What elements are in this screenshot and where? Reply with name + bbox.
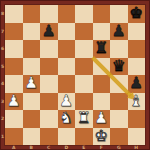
square-e7[interactable] (75, 23, 93, 41)
piece-white-pawn-f2[interactable]: ♟ (93, 110, 111, 128)
rank-label-6: 6 (0, 40, 5, 58)
square-f5[interactable] (93, 58, 111, 76)
piece-black-queen-g5[interactable]: ♛ (110, 58, 128, 76)
chess-board-frame: ♚♟♟♜♛♟♟♟♟♝♞♜♟♚ 87654321ABCDEFGH (0, 0, 150, 150)
square-a4[interactable] (5, 75, 23, 93)
square-c2[interactable] (40, 110, 58, 128)
square-e4[interactable] (75, 75, 93, 93)
square-f8[interactable] (93, 5, 111, 23)
piece-white-bishop-h3[interactable]: ♝ (128, 93, 146, 111)
square-d1[interactable] (58, 128, 76, 146)
square-b6[interactable] (23, 40, 41, 58)
square-b1[interactable] (23, 128, 41, 146)
piece-black-king-h8[interactable]: ♚ (128, 5, 146, 23)
square-a1[interactable] (5, 128, 23, 146)
square-d7[interactable] (58, 23, 76, 41)
file-label-G: G (110, 144, 128, 150)
piece-black-rook-f6[interactable]: ♜ (93, 40, 111, 58)
square-b7[interactable] (23, 23, 41, 41)
square-f7[interactable] (93, 23, 111, 41)
file-label-C: C (40, 144, 58, 150)
square-d4[interactable] (58, 75, 76, 93)
square-g6[interactable] (110, 40, 128, 58)
square-c3[interactable] (40, 93, 58, 111)
square-c5[interactable] (40, 58, 58, 76)
square-c6[interactable] (40, 40, 58, 58)
piece-black-pawn-c7[interactable]: ♟ (40, 23, 58, 41)
square-f3[interactable] (93, 93, 111, 111)
square-b3[interactable] (23, 93, 41, 111)
square-d8[interactable] (58, 5, 76, 23)
square-b5[interactable] (23, 58, 41, 76)
piece-white-pawn-b4[interactable]: ♟ (23, 75, 41, 93)
rank-label-5: 5 (0, 58, 5, 76)
piece-white-knight-d2[interactable]: ♞ (58, 110, 76, 128)
file-label-E: E (75, 144, 93, 150)
square-d6[interactable] (58, 40, 76, 58)
piece-black-pawn-h4[interactable]: ♟ (128, 75, 146, 93)
rank-label-1: 1 (0, 128, 5, 146)
rank-label-8: 8 (0, 5, 5, 23)
piece-white-king-f1[interactable]: ♚ (93, 128, 111, 146)
square-h1[interactable] (128, 128, 146, 146)
square-h6[interactable] (128, 40, 146, 58)
square-g4[interactable] (110, 75, 128, 93)
file-label-D: D (58, 144, 76, 150)
square-g2[interactable] (110, 110, 128, 128)
square-a6[interactable] (5, 40, 23, 58)
file-label-B: B (23, 144, 41, 150)
square-d5[interactable] (58, 58, 76, 76)
rank-label-3: 3 (0, 93, 5, 111)
rank-label-2: 2 (0, 110, 5, 128)
square-a2[interactable] (5, 110, 23, 128)
square-h5[interactable] (128, 58, 146, 76)
square-f4[interactable] (93, 75, 111, 93)
square-a5[interactable] (5, 58, 23, 76)
square-e3[interactable] (75, 93, 93, 111)
square-a7[interactable] (5, 23, 23, 41)
file-label-H: H (128, 144, 146, 150)
file-label-F: F (93, 144, 111, 150)
piece-white-pawn-a3[interactable]: ♟ (5, 93, 23, 111)
file-label-A: A (5, 144, 23, 150)
square-e6[interactable] (75, 40, 93, 58)
piece-black-pawn-g7[interactable]: ♟ (110, 23, 128, 41)
square-e1[interactable] (75, 128, 93, 146)
rank-label-4: 4 (0, 75, 5, 93)
square-b2[interactable] (23, 110, 41, 128)
square-e8[interactable] (75, 5, 93, 23)
square-h7[interactable] (128, 23, 146, 41)
rank-label-7: 7 (0, 23, 5, 41)
square-c8[interactable] (40, 5, 58, 23)
square-e5[interactable] (75, 58, 93, 76)
square-b8[interactable] (23, 5, 41, 23)
square-a8[interactable] (5, 5, 23, 23)
square-h2[interactable] (128, 110, 146, 128)
piece-white-pawn-d3[interactable]: ♟ (58, 93, 76, 111)
square-c4[interactable] (40, 75, 58, 93)
square-g3[interactable] (110, 93, 128, 111)
square-g8[interactable] (110, 5, 128, 23)
piece-white-rook-e2[interactable]: ♜ (75, 110, 93, 128)
square-c1[interactable] (40, 128, 58, 146)
square-g1[interactable] (110, 128, 128, 146)
